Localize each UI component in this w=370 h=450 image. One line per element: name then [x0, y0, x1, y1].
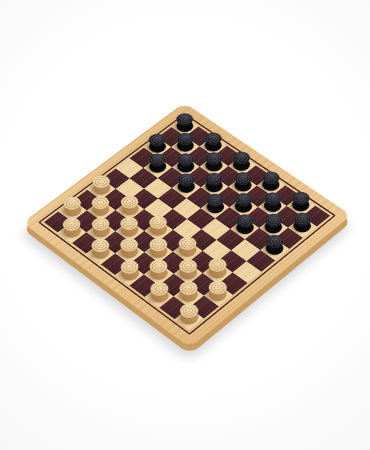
pieces-layer	[44, 117, 330, 330]
black-man-r3c1	[146, 159, 170, 177]
wooden-man-r9c1	[60, 223, 85, 241]
black-man-r3c5	[203, 199, 228, 217]
draughts-board	[23, 103, 352, 348]
black-man-r3c9	[262, 240, 287, 259]
black-man-r3c7	[232, 219, 257, 237]
product-photo-background	[0, 0, 370, 450]
scene	[0, 0, 370, 450]
black-man-r3c3	[174, 179, 198, 197]
wooden-man-r7c9	[206, 285, 231, 305]
